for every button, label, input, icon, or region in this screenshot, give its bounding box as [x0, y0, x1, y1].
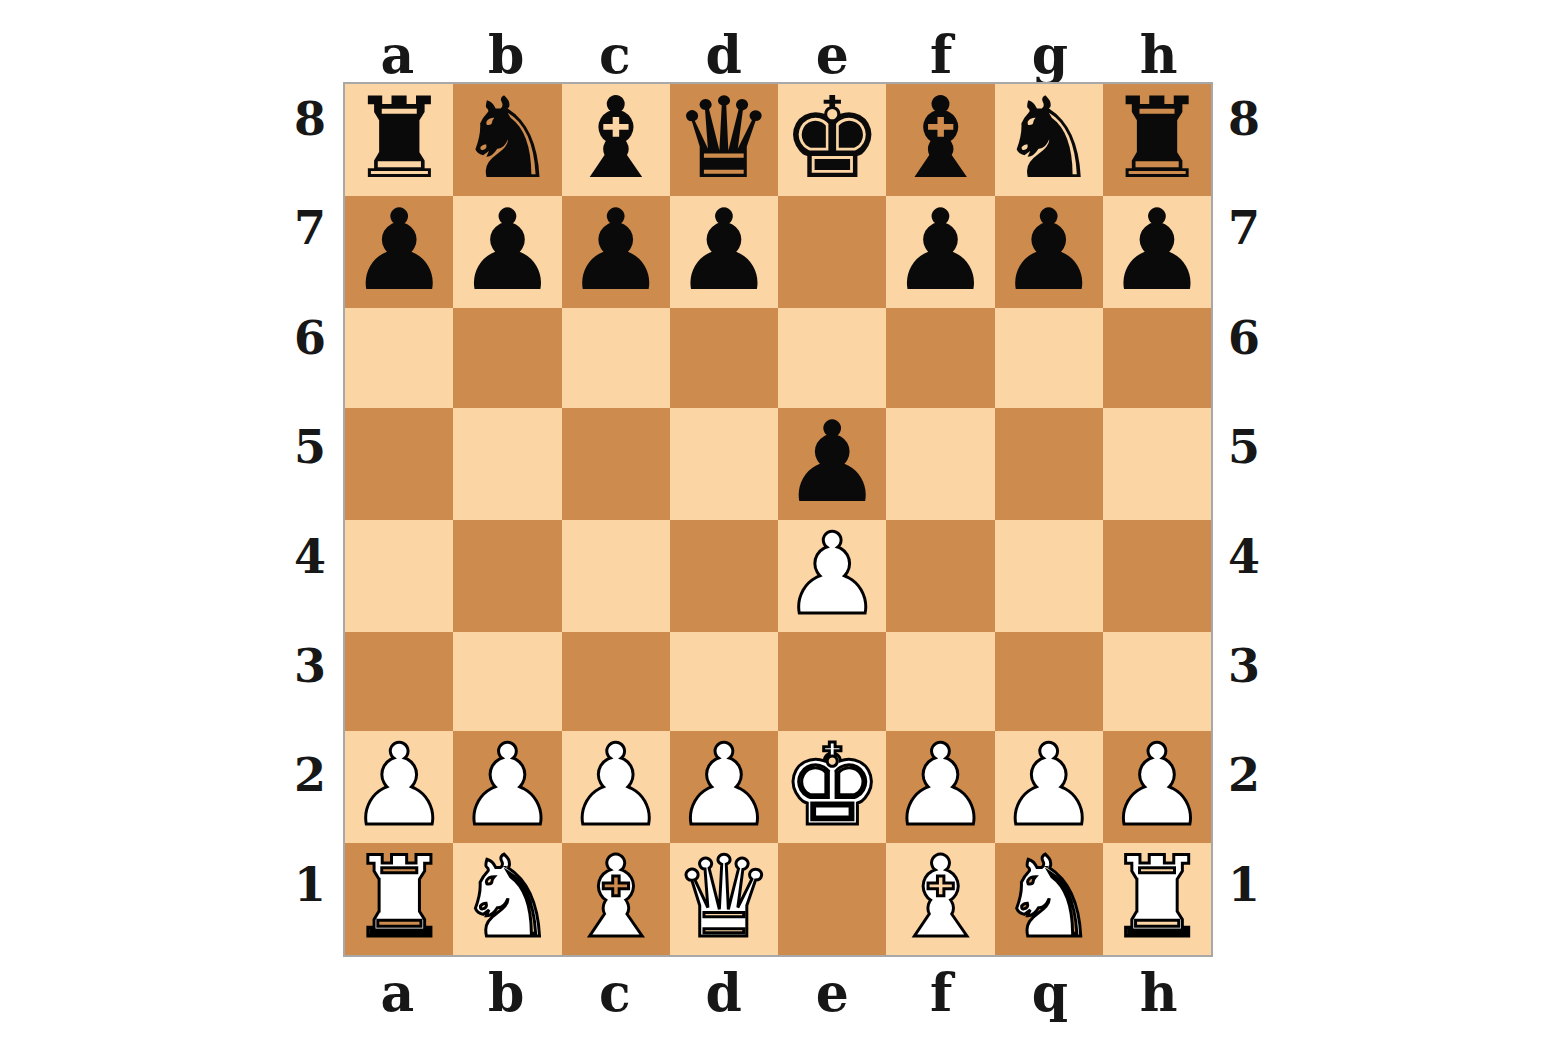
square-f6[interactable]	[886, 308, 994, 408]
file-label-bottom-a: a	[343, 962, 452, 1023]
rank-label-left-3: 3	[282, 629, 338, 738]
square-b2[interactable]: ♟	[453, 731, 561, 843]
square-f8[interactable]: ♝	[886, 84, 994, 196]
square-h7[interactable]: ♟	[1103, 196, 1211, 308]
square-a6[interactable]	[345, 308, 453, 408]
square-b1[interactable]: ♞	[453, 843, 561, 955]
square-g6[interactable]	[995, 308, 1103, 408]
file-label-bottom-d: d	[669, 962, 778, 1023]
rank-label-right-4: 4	[1216, 520, 1272, 629]
square-g5[interactable]	[995, 408, 1103, 520]
square-e7[interactable]	[778, 196, 886, 308]
black-knight: ♞	[998, 82, 1098, 194]
square-a3[interactable]	[345, 632, 453, 732]
white-knight: ♞	[457, 841, 557, 953]
white-pawn: ♟	[998, 729, 1098, 841]
white-queen: ♛	[674, 841, 774, 953]
square-g7[interactable]: ♟	[995, 196, 1103, 308]
rank-label-left-1: 1	[282, 848, 338, 957]
square-a2[interactable]: ♟	[345, 731, 453, 843]
white-knight: ♞	[998, 841, 1098, 953]
black-knight: ♞	[457, 82, 557, 194]
file-label-bottom-b: b	[452, 962, 561, 1023]
white-king: ♚	[782, 729, 882, 841]
square-h8[interactable]: ♜	[1103, 84, 1211, 196]
square-b5[interactable]	[453, 408, 561, 520]
white-pawn: ♟	[457, 729, 557, 841]
white-pawn: ♟	[674, 729, 774, 841]
rank-label-left-2: 2	[282, 738, 338, 847]
square-h6[interactable]	[1103, 308, 1211, 408]
square-c8[interactable]: ♝	[562, 84, 670, 196]
square-e2[interactable]: ♚	[778, 731, 886, 843]
square-a1[interactable]: ♜	[345, 843, 453, 955]
square-h1[interactable]: ♜	[1103, 843, 1211, 955]
file-label-bottom-h: h	[1104, 962, 1213, 1023]
square-d3[interactable]	[670, 632, 778, 732]
square-d1[interactable]: ♛	[670, 843, 778, 955]
rank-label-left-6: 6	[282, 301, 338, 410]
square-g3[interactable]	[995, 632, 1103, 732]
square-c2[interactable]: ♟	[562, 731, 670, 843]
square-d8[interactable]: ♛	[670, 84, 778, 196]
square-a4[interactable]	[345, 520, 453, 632]
rank-label-left-4: 4	[282, 520, 338, 629]
black-rook: ♜	[1107, 82, 1207, 194]
square-b8[interactable]: ♞	[453, 84, 561, 196]
square-h4[interactable]	[1103, 520, 1211, 632]
white-rook: ♜	[1107, 841, 1207, 953]
square-b3[interactable]	[453, 632, 561, 732]
chess-diagram-page: abcdefgh 87654321 ♜♞♝♛♚♝♞♜♟♟♟♟♟♟♟♟♟♟♟♟♟♚…	[0, 0, 1560, 1040]
white-pawn: ♟	[565, 729, 665, 841]
rank-label-right-6: 6	[1216, 301, 1272, 410]
rank-labels-left: 87654321	[282, 82, 338, 957]
square-e5[interactable]: ♟	[778, 408, 886, 520]
rank-label-right-2: 2	[1216, 738, 1272, 847]
square-d5[interactable]	[670, 408, 778, 520]
file-labels-bottom: abcdefqh	[343, 962, 1213, 1018]
square-d4[interactable]	[670, 520, 778, 632]
white-pawn: ♟	[782, 518, 882, 630]
square-b4[interactable]	[453, 520, 561, 632]
square-f2[interactable]: ♟	[886, 731, 994, 843]
square-f3[interactable]	[886, 632, 994, 732]
black-pawn: ♟	[457, 194, 557, 306]
square-a8[interactable]: ♜	[345, 84, 453, 196]
square-g4[interactable]	[995, 520, 1103, 632]
file-label-bottom-c: c	[561, 962, 670, 1023]
rank-label-left-8: 8	[282, 82, 338, 191]
rank-label-left-7: 7	[282, 191, 338, 300]
white-rook: ♜	[349, 841, 449, 953]
black-pawn: ♟	[1107, 194, 1207, 306]
rank-label-right-3: 3	[1216, 629, 1272, 738]
black-bishop: ♝	[890, 82, 990, 194]
file-labels-top: abcdefgh	[343, 24, 1213, 80]
file-label-bottom-e: e	[778, 962, 887, 1023]
black-pawn: ♟	[565, 194, 665, 306]
file-label-bottom-q: q	[996, 962, 1105, 1023]
square-c3[interactable]	[562, 632, 670, 732]
black-pawn: ♟	[349, 194, 449, 306]
square-a7[interactable]: ♟	[345, 196, 453, 308]
rank-label-right-1: 1	[1216, 848, 1272, 957]
rank-labels-right: 87654321	[1216, 82, 1272, 957]
square-e8[interactable]: ♚	[778, 84, 886, 196]
square-c7[interactable]: ♟	[562, 196, 670, 308]
rank-label-right-7: 7	[1216, 191, 1272, 300]
square-g1[interactable]: ♞	[995, 843, 1103, 955]
black-queen: ♛	[674, 82, 774, 194]
square-e4[interactable]: ♟	[778, 520, 886, 632]
square-e6[interactable]	[778, 308, 886, 408]
square-d7[interactable]: ♟	[670, 196, 778, 308]
black-rook: ♜	[349, 82, 449, 194]
square-d2[interactable]: ♟	[670, 731, 778, 843]
rank-label-right-5: 5	[1216, 410, 1272, 519]
square-f7[interactable]: ♟	[886, 196, 994, 308]
white-bishop: ♝	[565, 841, 665, 953]
rank-label-right-8: 8	[1216, 82, 1272, 191]
square-d6[interactable]	[670, 308, 778, 408]
square-c4[interactable]	[562, 520, 670, 632]
chess-board: ♜♞♝♛♚♝♞♜♟♟♟♟♟♟♟♟♟♟♟♟♟♚♟♟♟♜♞♝♛♝♞♜	[343, 82, 1213, 957]
black-bishop: ♝	[565, 82, 665, 194]
square-b7[interactable]: ♟	[453, 196, 561, 308]
square-f4[interactable]	[886, 520, 994, 632]
square-b6[interactable]	[453, 308, 561, 408]
white-bishop: ♝	[890, 841, 990, 953]
square-c5[interactable]	[562, 408, 670, 520]
square-e3[interactable]	[778, 632, 886, 732]
white-pawn: ♟	[890, 729, 990, 841]
square-g8[interactable]: ♞	[995, 84, 1103, 196]
square-g2[interactable]: ♟	[995, 731, 1103, 843]
square-f5[interactable]	[886, 408, 994, 520]
square-c1[interactable]: ♝	[562, 843, 670, 955]
square-f1[interactable]: ♝	[886, 843, 994, 955]
square-h2[interactable]: ♟	[1103, 731, 1211, 843]
square-e1[interactable]	[778, 843, 886, 955]
black-pawn: ♟	[782, 406, 882, 518]
rank-label-left-5: 5	[282, 410, 338, 519]
black-king: ♚	[782, 82, 882, 194]
white-pawn: ♟	[349, 729, 449, 841]
file-label-bottom-f: f	[887, 962, 996, 1023]
black-pawn: ♟	[674, 194, 774, 306]
square-h3[interactable]	[1103, 632, 1211, 732]
square-a5[interactable]	[345, 408, 453, 520]
black-pawn: ♟	[890, 194, 990, 306]
white-pawn: ♟	[1107, 729, 1207, 841]
black-pawn: ♟	[998, 194, 1098, 306]
square-h5[interactable]	[1103, 408, 1211, 520]
square-c6[interactable]	[562, 308, 670, 408]
